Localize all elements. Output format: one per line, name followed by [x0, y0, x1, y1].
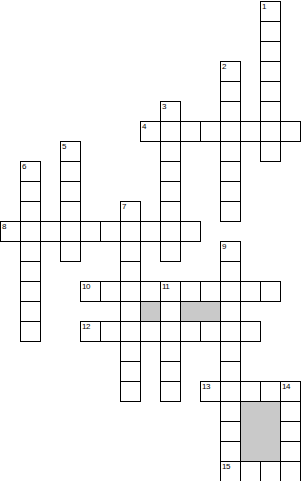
crossword-cell[interactable]: [260, 101, 281, 122]
crossword-cell[interactable]: [100, 281, 121, 302]
clue-number: 2: [222, 62, 226, 71]
crossword-cell[interactable]: [260, 461, 281, 481]
crossword-cell[interactable]: [280, 421, 301, 442]
clue-number: 5: [62, 142, 66, 151]
crossword-cell[interactable]: 2: [220, 61, 241, 82]
crossword-cell[interactable]: [260, 81, 281, 102]
crossword-cell[interactable]: [280, 441, 301, 462]
crossword-cell[interactable]: [220, 161, 241, 182]
clue-number: 8: [2, 222, 6, 231]
clue-number: 6: [22, 162, 26, 171]
crossword-cell[interactable]: [20, 261, 41, 282]
crossword-cell[interactable]: [160, 201, 181, 222]
crossword-cell[interactable]: [20, 241, 41, 262]
crossword-cell[interactable]: [200, 121, 221, 142]
clue-number: 14: [282, 382, 290, 391]
crossword-cell[interactable]: [160, 361, 181, 382]
crossword-cell[interactable]: [240, 381, 261, 402]
crossword-cell[interactable]: [220, 181, 241, 202]
crossword-cell[interactable]: [100, 321, 121, 342]
clue-number: 11: [162, 282, 169, 291]
clue-number: 13: [202, 382, 210, 391]
crossword-cell[interactable]: [120, 361, 141, 382]
crossword-cell[interactable]: [120, 261, 141, 282]
crossword-cell[interactable]: 13: [200, 381, 221, 402]
crossword-cell[interactable]: [160, 381, 181, 402]
crossword-cell[interactable]: [180, 281, 201, 302]
crossword-cell[interactable]: [120, 241, 141, 262]
crossword-cell[interactable]: [160, 321, 181, 342]
crossword-cell[interactable]: [180, 321, 201, 342]
crossword-cell[interactable]: [120, 381, 141, 402]
crossword-cell[interactable]: [60, 201, 81, 222]
shaded-block: [140, 301, 161, 322]
crossword-cell[interactable]: [120, 341, 141, 362]
crossword-cell[interactable]: [160, 221, 181, 242]
crossword-cell[interactable]: 4: [140, 121, 161, 142]
crossword-cell[interactable]: [120, 221, 141, 242]
crossword-cell[interactable]: [60, 241, 81, 262]
crossword-cell[interactable]: [260, 21, 281, 42]
crossword-cell[interactable]: [220, 201, 241, 222]
crossword-cell[interactable]: [240, 461, 261, 481]
crossword-cell[interactable]: [80, 221, 101, 242]
crossword-cell[interactable]: [220, 261, 241, 282]
crossword-cell[interactable]: [220, 301, 241, 322]
crossword-cell[interactable]: [160, 181, 181, 202]
crossword-cell[interactable]: [220, 281, 241, 302]
crossword-cell[interactable]: 9: [220, 241, 241, 262]
crossword-cell[interactable]: [260, 281, 281, 302]
shaded-block: [240, 401, 281, 462]
crossword-cell[interactable]: [220, 361, 241, 382]
crossword-cell[interactable]: [220, 401, 241, 422]
crossword-cell[interactable]: [200, 321, 221, 342]
crossword-cell[interactable]: [160, 301, 181, 322]
crossword-cell[interactable]: [120, 301, 141, 322]
clue-number: 9: [222, 242, 226, 251]
clue-number: 3: [162, 102, 166, 111]
crossword-cell[interactable]: 5: [60, 141, 81, 162]
crossword-cell[interactable]: [60, 221, 81, 242]
crossword-cell[interactable]: [20, 201, 41, 222]
crossword-cell[interactable]: [260, 41, 281, 62]
crossword-cell[interactable]: 8: [0, 221, 21, 242]
crossword-cell[interactable]: [240, 321, 261, 342]
crossword-cell[interactable]: [240, 281, 261, 302]
crossword-cell[interactable]: 6: [20, 161, 41, 182]
crossword-cell[interactable]: [160, 141, 181, 162]
crossword-cell[interactable]: [160, 161, 181, 182]
crossword-cell[interactable]: [40, 221, 61, 242]
crossword-cell[interactable]: [280, 121, 301, 142]
crossword-cell[interactable]: [140, 221, 161, 242]
crossword-cell[interactable]: [200, 281, 221, 302]
crossword-cell[interactable]: 3: [160, 101, 181, 122]
crossword-cell[interactable]: [260, 141, 281, 162]
crossword-cell[interactable]: [60, 181, 81, 202]
crossword-cell[interactable]: [220, 81, 241, 102]
crossword-cell[interactable]: [20, 281, 41, 302]
crossword-cell[interactable]: [20, 321, 41, 342]
clue-number: 12: [82, 322, 90, 331]
crossword-cell[interactable]: [20, 181, 41, 202]
crossword-cell[interactable]: [140, 321, 161, 342]
crossword-cell[interactable]: [180, 121, 201, 142]
crossword-cell[interactable]: [260, 381, 281, 402]
crossword-cell[interactable]: [20, 301, 41, 322]
crossword-cell[interactable]: 12: [80, 321, 101, 342]
crossword-cell[interactable]: [260, 61, 281, 82]
crossword-cell[interactable]: [140, 281, 161, 302]
crossword-grid: 123456789101112131415: [0, 0, 301, 481]
crossword-cell[interactable]: [220, 421, 241, 442]
crossword-cell[interactable]: [220, 141, 241, 162]
shaded-block: [180, 301, 221, 322]
crossword-cell[interactable]: [120, 281, 141, 302]
crossword-cell[interactable]: [260, 121, 281, 142]
crossword-cell[interactable]: 11: [160, 281, 181, 302]
crossword-cell[interactable]: 15: [220, 461, 241, 481]
crossword-cell[interactable]: [240, 121, 261, 142]
crossword-cell[interactable]: [220, 341, 241, 362]
clue-number: 15: [222, 462, 230, 471]
crossword-cell[interactable]: 10: [80, 281, 101, 302]
crossword-cell[interactable]: 1: [260, 1, 281, 22]
crossword-cell[interactable]: [120, 321, 141, 342]
crossword-cell[interactable]: [280, 461, 301, 481]
crossword-cell[interactable]: [180, 221, 201, 242]
clue-number: 4: [142, 122, 146, 131]
crossword-cell[interactable]: [160, 341, 181, 362]
crossword-cell[interactable]: 14: [280, 381, 301, 402]
crossword-cell[interactable]: [220, 121, 241, 142]
crossword-cell[interactable]: [220, 321, 241, 342]
crossword-cell[interactable]: [20, 221, 41, 242]
clue-number: 1: [262, 2, 266, 11]
crossword-cell[interactable]: 7: [120, 201, 141, 222]
clue-number: 7: [122, 202, 126, 211]
crossword-cell[interactable]: [60, 161, 81, 182]
crossword-cell[interactable]: [100, 221, 121, 242]
crossword-cell[interactable]: [160, 121, 181, 142]
crossword-cell[interactable]: [220, 441, 241, 462]
crossword-cell[interactable]: [280, 401, 301, 422]
crossword-cell[interactable]: [220, 381, 241, 402]
crossword-cell[interactable]: [160, 241, 181, 262]
crossword-cell[interactable]: [220, 101, 241, 122]
clue-number: 10: [82, 282, 90, 291]
